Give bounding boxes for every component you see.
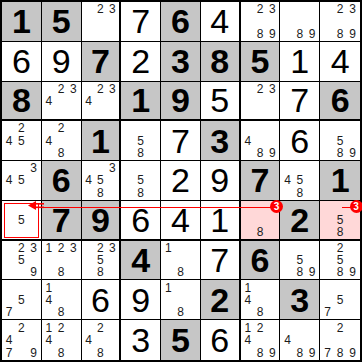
solved-digit: 6 xyxy=(210,323,229,357)
candidate-5: 5 xyxy=(94,174,106,186)
cell-r2c5[interactable]: 3 xyxy=(161,42,201,82)
cell-r7c1[interactable]: 2359 xyxy=(2,241,42,281)
solved-digit: 2 xyxy=(171,163,190,197)
candidate-4: 4 xyxy=(281,334,293,347)
candidate-8: 8 xyxy=(254,28,266,40)
candidates: 23 xyxy=(83,3,119,40)
cell-r1c2[interactable]: 5 xyxy=(42,2,82,42)
cell-r6c6[interactable]: 1 xyxy=(201,201,241,241)
candidate-8: 8 xyxy=(94,187,106,199)
given-digit: 9 xyxy=(91,203,110,237)
candidates: 18 xyxy=(162,281,199,318)
cell-r5c2[interactable]: 6 xyxy=(42,161,82,201)
cell-r8c1[interactable]: 57 xyxy=(2,280,42,320)
candidate-8: 8 xyxy=(294,187,306,199)
candidate-8: 8 xyxy=(55,346,67,359)
candidate-7: 7 xyxy=(321,346,334,359)
candidates: 489 xyxy=(281,321,318,359)
given-digit: 3 xyxy=(210,124,229,158)
solved-digit: 6 xyxy=(12,44,31,78)
cell-r4c1[interactable]: 245 xyxy=(2,121,42,161)
given-digit: 3 xyxy=(171,44,190,78)
cell-r9c9[interactable]: 2789 xyxy=(320,320,360,360)
solved-digit: 9 xyxy=(131,283,150,317)
solved-digit: 6 xyxy=(131,203,150,237)
cell-r2c7[interactable]: 5 xyxy=(241,42,281,82)
candidates: 57 xyxy=(3,281,40,318)
candidate-8: 8 xyxy=(294,28,306,40)
sudoku-board: 1523764238989238969723851482342341952376… xyxy=(0,0,362,362)
candidate-4: 4 xyxy=(43,334,55,347)
candidates: 12489 xyxy=(242,321,279,359)
candidate-9: 9 xyxy=(28,266,40,278)
candidate-2: 2 xyxy=(55,321,67,334)
candidate-5: 5 xyxy=(294,174,306,186)
candidate-9: 9 xyxy=(306,266,318,278)
candidates: 58 xyxy=(321,202,359,238)
candidate-3: 3 xyxy=(28,162,40,174)
candidates: 2389 xyxy=(321,3,359,40)
cell-r1c6[interactable]: 4 xyxy=(201,2,241,42)
candidate-2: 2 xyxy=(334,321,347,334)
solved-digit: 5 xyxy=(210,83,229,117)
candidate-4: 4 xyxy=(43,95,55,107)
cell-r7c2[interactable]: 1238 xyxy=(42,241,82,281)
candidate-8: 8 xyxy=(334,226,347,238)
cell-r8c7[interactable]: 148 xyxy=(241,280,281,320)
candidate-9: 9 xyxy=(346,28,359,40)
candidate-2: 2 xyxy=(334,3,347,15)
given-digit: 1 xyxy=(131,83,150,117)
candidate-2: 2 xyxy=(94,83,106,95)
cell-r3c4[interactable]: 1 xyxy=(121,82,161,122)
cell-r4c8[interactable]: 6 xyxy=(280,121,320,161)
cell-r3c5[interactable]: 9 xyxy=(161,82,201,122)
solved-digit: 1 xyxy=(290,44,309,78)
candidate-3: 3 xyxy=(67,83,79,95)
cell-r5c7[interactable]: 7 xyxy=(241,161,281,201)
candidate-3: 3 xyxy=(106,162,118,174)
cell-r2c3[interactable]: 7 xyxy=(82,42,122,82)
candidate-8: 8 xyxy=(174,266,186,278)
candidate-5: 5 xyxy=(334,135,347,147)
candidate-8: 8 xyxy=(254,346,266,359)
candidate-3: 3 xyxy=(266,3,278,15)
candidates: 2389 xyxy=(242,3,279,40)
given-digit: 6 xyxy=(171,4,190,38)
candidates: 148 xyxy=(43,281,80,318)
given-digit: 2 xyxy=(210,283,229,317)
candidate-4: 4 xyxy=(242,294,254,306)
solved-digit: 7 xyxy=(131,4,150,38)
candidate-8: 8 xyxy=(334,266,347,278)
candidate-1: 1 xyxy=(43,321,55,334)
cell-r7c7[interactable]: 6 xyxy=(241,241,281,281)
candidate-4: 4 xyxy=(83,334,95,347)
cell-r3c8[interactable]: 7 xyxy=(280,82,320,122)
candidate-2: 2 xyxy=(15,122,27,134)
candidate-5: 5 xyxy=(15,174,27,186)
cell-r6c8[interactable]: 2 xyxy=(280,201,320,241)
candidates: 58 xyxy=(122,162,159,199)
candidate-4: 4 xyxy=(83,95,95,107)
given-digit: 5 xyxy=(171,323,190,357)
solved-digit: 7 xyxy=(171,124,190,158)
candidates: 2479 xyxy=(3,321,40,359)
given-digit: 7 xyxy=(52,203,71,237)
solved-digit: 4 xyxy=(171,203,190,237)
candidate-7: 7 xyxy=(3,306,15,318)
candidates: 148 xyxy=(242,281,279,318)
cell-r6c9[interactable]: 58 xyxy=(320,201,360,241)
given-digit: 5 xyxy=(52,4,71,38)
candidate-9: 9 xyxy=(28,346,40,359)
candidate-5: 5 xyxy=(15,294,27,306)
candidates: 234 xyxy=(43,83,80,119)
cell-r7c9[interactable]: 2589 xyxy=(320,241,360,281)
cell-r6c4[interactable]: 6 xyxy=(121,201,161,241)
cell-r8c2[interactable]: 148 xyxy=(42,280,82,320)
candidate-8: 8 xyxy=(334,147,347,159)
candidate-2: 2 xyxy=(55,122,67,134)
cell-r9c4[interactable]: 3 xyxy=(121,320,161,360)
candidate-5: 5 xyxy=(15,214,27,226)
given-digit: 1 xyxy=(331,163,350,197)
cell-r3c6[interactable]: 5 xyxy=(201,82,241,122)
given-digit: 2 xyxy=(290,203,309,237)
cell-r8c3[interactable]: 6 xyxy=(82,280,122,320)
candidate-2: 2 xyxy=(15,321,27,334)
candidate-3: 3 xyxy=(67,242,79,254)
candidate-2: 2 xyxy=(254,83,266,95)
candidates: 2789 xyxy=(321,321,359,359)
given-digit: 6 xyxy=(52,163,71,197)
solved-digit: 2 xyxy=(131,44,150,78)
cell-r5c5[interactable]: 2 xyxy=(161,161,201,201)
candidate-1: 1 xyxy=(43,242,55,254)
sudoku-board-wrap: 1523764238989238969723851482342341952376… xyxy=(0,0,362,362)
candidates: 57 xyxy=(321,281,359,318)
candidate-8: 8 xyxy=(174,306,186,318)
cell-r2c6[interactable]: 8 xyxy=(201,42,241,82)
candidate-3: 3 xyxy=(266,83,278,95)
solved-digit: 6 xyxy=(290,124,309,158)
solved-digit: 4 xyxy=(210,4,229,38)
candidates: 58 xyxy=(122,122,159,159)
candidate-8: 8 xyxy=(254,226,266,238)
candidate-9: 9 xyxy=(346,346,359,359)
candidate-4: 4 xyxy=(3,174,15,186)
candidates: 2359 xyxy=(3,242,40,279)
given-digit: 3 xyxy=(290,283,309,317)
cell-r1c3[interactable]: 23 xyxy=(82,2,122,42)
candidates: 234 xyxy=(83,83,119,119)
cell-r1c5[interactable]: 6 xyxy=(161,2,201,42)
cell-r5c4[interactable]: 58 xyxy=(121,161,161,201)
candidate-4: 4 xyxy=(3,135,15,147)
cell-r4c7[interactable]: 489 xyxy=(241,121,281,161)
solved-digit: 1 xyxy=(210,203,229,237)
given-digit: 7 xyxy=(91,44,110,78)
cell-r2c8[interactable]: 1 xyxy=(280,42,320,82)
candidates: 248 xyxy=(83,321,119,359)
candidates: 458 xyxy=(281,162,318,199)
cell-r8c9[interactable]: 57 xyxy=(320,280,360,320)
candidates: 5 xyxy=(3,202,40,238)
candidates: 589 xyxy=(321,122,359,159)
cell-r5c8[interactable]: 458 xyxy=(280,161,320,201)
candidate-9: 9 xyxy=(306,346,318,359)
candidates: 3458 xyxy=(83,162,119,199)
candidate-1: 1 xyxy=(242,281,254,293)
candidate-2: 2 xyxy=(55,83,67,95)
candidate-2: 2 xyxy=(94,3,106,15)
candidate-5: 5 xyxy=(334,294,347,306)
given-digit: 9 xyxy=(171,83,190,117)
candidate-4: 4 xyxy=(43,294,55,306)
solved-digit: 9 xyxy=(210,163,229,197)
candidate-8: 8 xyxy=(334,346,347,359)
cell-r4c6[interactable]: 3 xyxy=(201,121,241,161)
candidate-8: 8 xyxy=(254,306,266,318)
candidate-8: 8 xyxy=(334,28,347,40)
cell-r9c3[interactable]: 248 xyxy=(82,320,122,360)
cell-r6c3[interactable]: 9 xyxy=(82,201,122,241)
candidates: 18 xyxy=(162,242,199,279)
cell-r4c3[interactable]: 1 xyxy=(82,121,122,161)
cell-r2c2[interactable]: 9 xyxy=(42,42,82,82)
cell-r1c4[interactable]: 7 xyxy=(121,2,161,42)
candidate-8: 8 xyxy=(135,147,147,159)
solved-digit: 6 xyxy=(91,283,110,317)
given-digit: 6 xyxy=(251,243,270,277)
cell-r4c5[interactable]: 7 xyxy=(161,121,201,161)
cell-r9c2[interactable]: 1248 xyxy=(42,320,82,360)
cell-r6c1[interactable]: 5 xyxy=(2,201,42,241)
cell-r5c1[interactable]: 345 xyxy=(2,161,42,201)
cell-r9c5[interactable]: 5 xyxy=(161,320,201,360)
candidate-2: 2 xyxy=(94,321,106,334)
cell-r2c1[interactable]: 6 xyxy=(2,42,42,82)
candidates: 2358 xyxy=(83,242,119,279)
candidate-8: 8 xyxy=(294,266,306,278)
cell-r4c4[interactable]: 58 xyxy=(121,121,161,161)
cell-r5c3[interactable]: 3458 xyxy=(82,161,122,201)
candidates: 1238 xyxy=(43,242,80,279)
cell-r6c5[interactable]: 4 xyxy=(161,201,201,241)
candidate-5: 5 xyxy=(15,254,27,266)
cell-r6c2[interactable]: 7 xyxy=(42,201,82,241)
candidate-8: 8 xyxy=(294,346,306,359)
cell-r7c4[interactable]: 4 xyxy=(121,241,161,281)
cell-r1c8[interactable]: 89 xyxy=(280,2,320,42)
cell-r7c6[interactable]: 7 xyxy=(201,241,241,281)
candidates: 89 xyxy=(281,3,318,40)
cell-r9c8[interactable]: 489 xyxy=(280,320,320,360)
candidate-2: 2 xyxy=(254,3,266,15)
candidate-5: 5 xyxy=(15,135,27,147)
candidate-8: 8 xyxy=(135,187,147,199)
candidate-3: 3 xyxy=(106,83,118,95)
candidate-8: 8 xyxy=(55,266,67,278)
candidates: 23 xyxy=(242,83,279,119)
candidate-3: 3 xyxy=(106,3,118,15)
solved-digit: 7 xyxy=(210,243,229,277)
candidate-9: 9 xyxy=(346,147,359,159)
candidate-1: 1 xyxy=(162,242,174,254)
candidate-2: 2 xyxy=(254,321,266,334)
candidate-3: 3 xyxy=(106,242,118,254)
candidates: 8 xyxy=(242,202,279,238)
cell-r4c9[interactable]: 589 xyxy=(320,121,360,161)
candidate-5: 5 xyxy=(334,214,347,226)
candidate-7: 7 xyxy=(321,306,334,318)
candidates: 1248 xyxy=(43,321,80,359)
candidate-9: 9 xyxy=(306,28,318,40)
cell-r3c9[interactable]: 6 xyxy=(320,82,360,122)
cell-r6c7[interactable]: 8 xyxy=(241,201,281,241)
candidate-8: 8 xyxy=(55,147,67,159)
candidate-9: 9 xyxy=(346,266,359,278)
candidate-8: 8 xyxy=(254,147,266,159)
candidate-4: 4 xyxy=(242,334,254,347)
candidate-4: 4 xyxy=(3,334,15,347)
cell-r3c1[interactable]: 8 xyxy=(2,82,42,122)
given-digit: 1 xyxy=(12,4,31,38)
cell-r9c7[interactable]: 12489 xyxy=(241,320,281,360)
given-digit: 5 xyxy=(251,44,270,78)
cell-r2c9[interactable]: 4 xyxy=(320,42,360,82)
cell-r9c1[interactable]: 2479 xyxy=(2,320,42,360)
candidate-9: 9 xyxy=(266,346,278,359)
candidates: 2589 xyxy=(321,242,359,279)
candidate-5: 5 xyxy=(135,174,147,186)
given-digit: 6 xyxy=(331,83,350,117)
candidate-8: 8 xyxy=(94,266,106,278)
cell-r5c9[interactable]: 1 xyxy=(320,161,360,201)
candidate-4: 4 xyxy=(43,135,55,147)
candidate-8: 8 xyxy=(55,306,67,318)
candidate-1: 1 xyxy=(242,321,254,334)
candidate-8: 8 xyxy=(94,346,106,359)
solved-digit: 4 xyxy=(331,44,350,78)
given-digit: 7 xyxy=(251,163,270,197)
given-digit: 4 xyxy=(131,243,150,277)
cell-r7c3[interactable]: 2358 xyxy=(82,241,122,281)
candidate-1: 1 xyxy=(43,281,55,293)
cell-r1c9[interactable]: 2389 xyxy=(320,2,360,42)
candidate-4: 4 xyxy=(242,135,254,147)
cell-r1c1[interactable]: 1 xyxy=(2,2,42,42)
cell-r8c6[interactable]: 2 xyxy=(201,280,241,320)
candidate-4: 4 xyxy=(281,174,293,186)
cell-r5c6[interactable]: 9 xyxy=(201,161,241,201)
candidate-9: 9 xyxy=(266,147,278,159)
candidate-5: 5 xyxy=(135,135,147,147)
cell-r7c8[interactable]: 589 xyxy=(280,241,320,281)
solved-digit: 3 xyxy=(131,323,150,357)
candidate-7: 7 xyxy=(3,346,15,359)
candidates: 489 xyxy=(242,122,279,159)
cell-r3c2[interactable]: 234 xyxy=(42,82,82,122)
cell-r8c5[interactable]: 18 xyxy=(161,280,201,320)
candidate-4: 4 xyxy=(83,174,95,186)
candidates: 248 xyxy=(43,122,80,159)
solved-digit: 9 xyxy=(52,44,71,78)
cell-r7c5[interactable]: 18 xyxy=(161,241,201,281)
candidates: 245 xyxy=(3,122,40,159)
cell-r2c4[interactable]: 2 xyxy=(121,42,161,82)
cell-r3c3[interactable]: 234 xyxy=(82,82,122,122)
given-digit: 1 xyxy=(91,124,110,158)
candidates: 345 xyxy=(3,162,40,199)
cell-r8c8[interactable]: 3 xyxy=(280,280,320,320)
cell-r3c7[interactable]: 23 xyxy=(241,82,281,122)
cell-r1c7[interactable]: 2389 xyxy=(241,2,281,42)
cell-r4c2[interactable]: 248 xyxy=(42,121,82,161)
solved-digit: 7 xyxy=(290,83,309,117)
candidate-9: 9 xyxy=(266,28,278,40)
candidate-1: 1 xyxy=(162,281,174,293)
candidate-3: 3 xyxy=(346,3,359,15)
given-digit: 8 xyxy=(210,44,229,78)
candidate-2: 2 xyxy=(55,242,67,254)
cell-r9c6[interactable]: 6 xyxy=(201,320,241,360)
candidates: 589 xyxy=(281,242,318,279)
given-digit: 8 xyxy=(12,83,31,117)
cell-r8c4[interactable]: 9 xyxy=(121,280,161,320)
candidate-3: 3 xyxy=(28,242,40,254)
